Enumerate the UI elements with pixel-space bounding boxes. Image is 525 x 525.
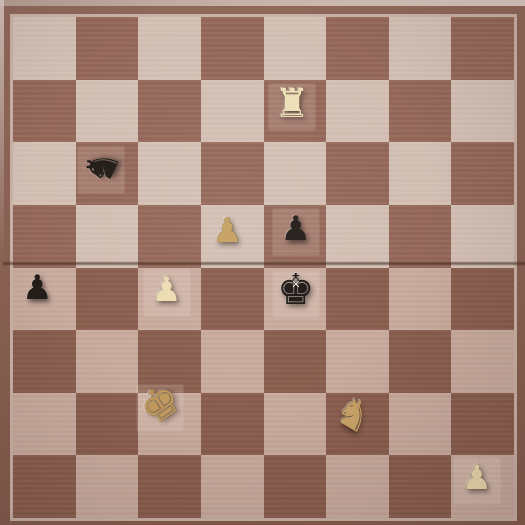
square-f6[interactable] — [326, 142, 389, 205]
piece-white-pawn-h1[interactable]: ♟ — [461, 460, 491, 494]
square-g3[interactable] — [389, 330, 452, 393]
piece-black-king-e4[interactable]: ♚ — [277, 269, 315, 311]
square-b4[interactable] — [76, 268, 139, 331]
square-f5[interactable] — [326, 205, 389, 268]
square-g6[interactable] — [389, 142, 452, 205]
square-b7[interactable] — [76, 80, 139, 143]
square-g2[interactable] — [389, 393, 452, 456]
board-grid — [13, 17, 514, 518]
square-c5[interactable] — [138, 205, 201, 268]
piece-white-pawn-c4[interactable]: ♟ — [151, 272, 181, 306]
black-pawn-icon: ♟ — [22, 270, 52, 304]
square-b2[interactable] — [76, 393, 139, 456]
piece-black-pawn-a4[interactable]: ♟ — [22, 270, 52, 304]
square-g7[interactable] — [389, 80, 452, 143]
square-d3[interactable] — [201, 330, 264, 393]
square-h2[interactable] — [451, 393, 514, 456]
square-d2[interactable] — [201, 393, 264, 456]
square-b5[interactable] — [76, 205, 139, 268]
square-g8[interactable] — [389, 17, 452, 80]
square-h5[interactable] — [451, 205, 514, 268]
square-a2[interactable] — [13, 393, 76, 456]
square-b3[interactable] — [76, 330, 139, 393]
piece-white-pawn-d5[interactable]: ♟ — [212, 213, 242, 247]
photo-edge-left — [0, 0, 4, 260]
white-pawn-icon: ♟ — [151, 272, 181, 306]
photo-edge-top — [0, 0, 525, 6]
square-b1[interactable] — [76, 455, 139, 518]
piece-black-pawn-e5[interactable]: ♟ — [281, 211, 311, 245]
square-a3[interactable] — [13, 330, 76, 393]
square-h3[interactable] — [451, 330, 514, 393]
square-h7[interactable] — [451, 80, 514, 143]
black-pawn-icon: ♟ — [281, 211, 311, 245]
square-g1[interactable] — [389, 455, 452, 518]
square-f1[interactable] — [326, 455, 389, 518]
square-e1[interactable] — [264, 455, 327, 518]
square-c8[interactable] — [138, 17, 201, 80]
square-d6[interactable] — [201, 142, 264, 205]
square-a1[interactable] — [13, 455, 76, 518]
square-d1[interactable] — [201, 455, 264, 518]
white-pawn-icon: ♟ — [212, 213, 242, 247]
square-f7[interactable] — [326, 80, 389, 143]
square-h4[interactable] — [451, 268, 514, 331]
board-photo: ♜♞♟♟♟♟♚✕♚♞♟ — [0, 0, 525, 525]
white-pawn-icon: ♟ — [461, 460, 491, 494]
square-e6[interactable] — [264, 142, 327, 205]
square-e3[interactable] — [264, 330, 327, 393]
square-g5[interactable] — [389, 205, 452, 268]
square-d7[interactable] — [201, 80, 264, 143]
black-king-icon: ♚ — [277, 269, 315, 311]
square-h6[interactable] — [451, 142, 514, 205]
square-d4[interactable] — [201, 268, 264, 331]
square-a7[interactable] — [13, 80, 76, 143]
square-f8[interactable] — [326, 17, 389, 80]
square-b8[interactable] — [76, 17, 139, 80]
white-rook-icon: ♜ — [274, 83, 310, 123]
square-a6[interactable] — [13, 142, 76, 205]
chess-board: ♜♞♟♟♟♟♚✕♚♞♟ — [10, 14, 517, 521]
piece-white-rook-e7[interactable]: ♜ — [274, 83, 310, 123]
square-g4[interactable] — [389, 268, 452, 331]
square-c1[interactable] — [138, 455, 201, 518]
square-c7[interactable] — [138, 80, 201, 143]
square-a5[interactable] — [13, 205, 76, 268]
square-e2[interactable] — [264, 393, 327, 456]
square-f3[interactable] — [326, 330, 389, 393]
square-e8[interactable] — [264, 17, 327, 80]
square-a8[interactable] — [13, 17, 76, 80]
square-c6[interactable] — [138, 142, 201, 205]
square-d8[interactable] — [201, 17, 264, 80]
square-h8[interactable] — [451, 17, 514, 80]
square-f4[interactable] — [326, 268, 389, 331]
